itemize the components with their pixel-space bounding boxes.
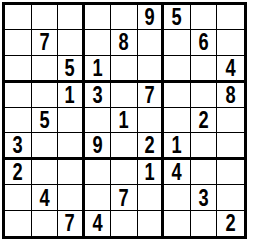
- given-digit: 7: [144, 83, 154, 107]
- given-digit: 1: [144, 160, 154, 184]
- cell-r9c2[interactable]: [32, 211, 59, 236]
- cell-r5c2[interactable]: 5: [32, 108, 59, 133]
- cell-r8c7[interactable]: [164, 185, 191, 210]
- cell-r1c9[interactable]: [217, 5, 244, 30]
- cell-r3c4[interactable]: 1: [85, 56, 112, 83]
- cell-r6c5[interactable]: [111, 133, 138, 160]
- cell-r8c3[interactable]: [58, 185, 85, 210]
- given-digit: 4: [172, 160, 182, 184]
- cell-r1c3[interactable]: [58, 5, 85, 30]
- given-digit: 5: [172, 5, 182, 29]
- given-digit: 7: [39, 30, 49, 54]
- cell-r6c8[interactable]: [191, 133, 218, 160]
- given-digit: 9: [92, 133, 102, 157]
- cell-r4c7[interactable]: [164, 83, 191, 108]
- given-digit: 1: [65, 83, 75, 107]
- cell-r5c4[interactable]: [85, 108, 112, 133]
- cell-r5c9[interactable]: [217, 108, 244, 133]
- cell-r5c8[interactable]: 2: [191, 108, 218, 133]
- cell-r6c6[interactable]: 2: [138, 133, 165, 160]
- cell-r2c3[interactable]: [58, 30, 85, 55]
- cell-r6c9[interactable]: [217, 133, 244, 160]
- cell-r3c5[interactable]: [111, 56, 138, 83]
- given-digit: 1: [119, 108, 129, 132]
- given-digit: 4: [92, 211, 102, 235]
- cell-r1c6[interactable]: 9: [138, 5, 165, 30]
- given-digit: 3: [92, 83, 102, 107]
- cell-r8c5[interactable]: 7: [111, 185, 138, 210]
- given-digit: 3: [13, 133, 23, 157]
- cell-r6c2[interactable]: [32, 133, 59, 160]
- cell-r4c4[interactable]: 3: [85, 83, 112, 108]
- cell-r7c4[interactable]: [85, 160, 112, 185]
- given-digit: 1: [172, 133, 182, 157]
- cell-r9c8[interactable]: [191, 211, 218, 236]
- cell-r6c3[interactable]: [58, 133, 85, 160]
- given-digit: 7: [119, 186, 129, 210]
- cell-r5c1[interactable]: [5, 108, 32, 133]
- cell-r2c8[interactable]: 6: [191, 30, 218, 55]
- given-digit: 3: [199, 186, 209, 210]
- cell-r7c2[interactable]: [32, 160, 59, 185]
- given-digit: 6: [199, 30, 209, 54]
- cell-r8c6[interactable]: [138, 185, 165, 210]
- cell-r8c2[interactable]: 4: [32, 185, 59, 210]
- cell-r7c3[interactable]: [58, 160, 85, 185]
- given-digit: 7: [65, 211, 75, 235]
- cell-r6c7[interactable]: 1: [164, 133, 191, 160]
- cell-r3c3[interactable]: 5: [58, 56, 85, 83]
- cell-r7c7[interactable]: 4: [164, 160, 191, 185]
- given-digit: 1: [92, 56, 102, 80]
- given-digit: 2: [13, 160, 23, 184]
- given-digit: 8: [119, 30, 129, 54]
- cell-r5c6[interactable]: [138, 108, 165, 133]
- cell-r7c5[interactable]: [111, 160, 138, 185]
- cell-r9c4[interactable]: 4: [85, 211, 112, 236]
- cell-r5c3[interactable]: [58, 108, 85, 133]
- cell-r1c8[interactable]: [191, 5, 218, 30]
- cell-r6c1[interactable]: 3: [5, 133, 32, 160]
- cell-r7c8[interactable]: [191, 160, 218, 185]
- cell-r3c8[interactable]: [191, 56, 218, 83]
- cell-r2c1[interactable]: [5, 30, 32, 55]
- cell-r2c2[interactable]: 7: [32, 30, 59, 55]
- cell-r9c1[interactable]: [5, 211, 32, 236]
- cell-r7c6[interactable]: 1: [138, 160, 165, 185]
- cell-r3c7[interactable]: [164, 56, 191, 83]
- cell-r1c5[interactable]: [111, 5, 138, 30]
- given-digit: 2: [144, 133, 154, 157]
- cell-r2c9[interactable]: [217, 30, 244, 55]
- cell-r8c4[interactable]: [85, 185, 112, 210]
- cell-r4c6[interactable]: 7: [138, 83, 165, 108]
- cell-r1c4[interactable]: [85, 5, 112, 30]
- cell-r4c3[interactable]: 1: [58, 83, 85, 108]
- given-digit: 5: [39, 108, 49, 132]
- cell-r1c2[interactable]: [32, 5, 59, 30]
- cell-r1c1[interactable]: [5, 5, 32, 30]
- given-digit: 2: [199, 108, 209, 132]
- cell-r7c9[interactable]: [217, 160, 244, 185]
- cell-r3c9[interactable]: 4: [217, 56, 244, 83]
- cell-r9c6[interactable]: [138, 211, 165, 236]
- cell-r9c3[interactable]: 7: [58, 211, 85, 236]
- cell-r4c1[interactable]: [5, 83, 32, 108]
- given-digit: 2: [226, 211, 236, 235]
- cell-r3c1[interactable]: [5, 56, 32, 83]
- given-digit: 5: [65, 56, 75, 80]
- cell-r3c6[interactable]: [138, 56, 165, 83]
- cell-r6c4[interactable]: 9: [85, 133, 112, 160]
- given-digit: 4: [39, 186, 49, 210]
- cell-r9c5[interactable]: [111, 211, 138, 236]
- cell-r7c1[interactable]: 2: [5, 160, 32, 185]
- given-digit: 9: [144, 5, 154, 29]
- cell-r1c7[interactable]: 5: [164, 5, 191, 30]
- cell-r2c6[interactable]: [138, 30, 165, 55]
- cell-r2c7[interactable]: [164, 30, 191, 55]
- cell-r4c8[interactable]: [191, 83, 218, 108]
- given-digit: 4: [226, 56, 236, 80]
- cell-r5c5[interactable]: 1: [111, 108, 138, 133]
- cell-r4c9[interactable]: 8: [217, 83, 244, 108]
- cell-r5c7[interactable]: [164, 108, 191, 133]
- cell-r2c5[interactable]: 8: [111, 30, 138, 55]
- sudoku-board: 9578651413785123921214473742: [2, 2, 247, 239]
- cell-r3c2[interactable]: [32, 56, 59, 83]
- cell-r8c8[interactable]: 3: [191, 185, 218, 210]
- cell-r9c9[interactable]: 2: [217, 211, 244, 236]
- cell-r9c7[interactable]: [164, 211, 191, 236]
- cell-r4c5[interactable]: [111, 83, 138, 108]
- cell-r2c4[interactable]: [85, 30, 112, 55]
- cell-r8c9[interactable]: [217, 185, 244, 210]
- cell-r4c2[interactable]: [32, 83, 59, 108]
- cell-r8c1[interactable]: [5, 185, 32, 210]
- given-digit: 8: [226, 83, 236, 107]
